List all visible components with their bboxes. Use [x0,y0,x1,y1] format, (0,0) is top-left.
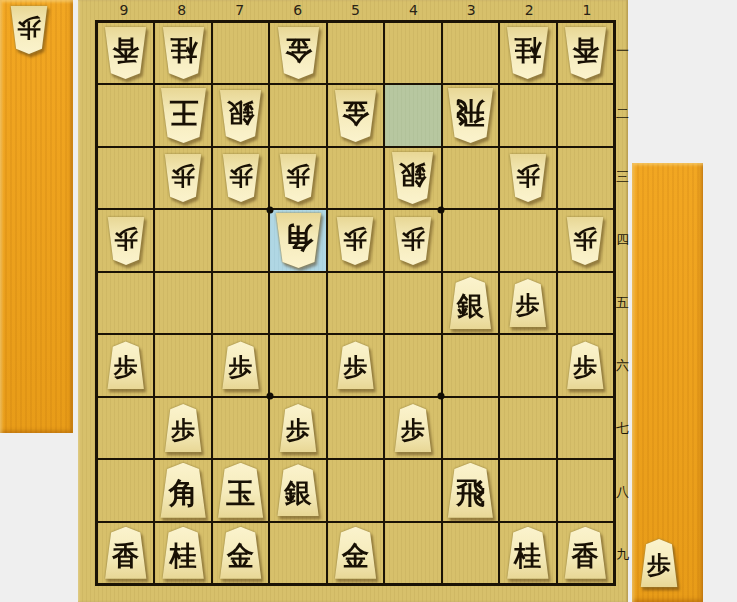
square-3-9[interactable] [443,523,498,583]
piece-face: 銀 [449,277,492,329]
square-6-6[interactable] [270,335,325,395]
square-6-5[interactable] [270,273,325,333]
piece-face: 銀 [391,152,434,204]
piece-kanji: 歩 [164,409,202,452]
square-3-1[interactable] [443,23,498,83]
piece-black-silver[interactable]: 銀 [277,464,320,516]
square-4-3[interactable]: 銀 [385,148,440,208]
square-7-4[interactable] [213,210,268,270]
piece-face: 歩 [336,217,374,265]
piece-white-pawn[interactable]: 歩 [509,154,547,202]
piece-kanji: 銀 [449,282,492,329]
piece-face: 歩 [509,154,547,202]
square-4-9[interactable] [385,523,440,583]
square-7-6[interactable]: 歩 [213,335,268,395]
square-4-8[interactable] [385,460,440,520]
square-8-5[interactable] [155,273,210,333]
piece-kanji: 桂 [162,532,205,579]
piece-kanji: 飛 [447,88,494,138]
square-2-4[interactable] [500,210,555,270]
piece-black-knight[interactable]: 桂 [506,527,549,579]
square-9-9[interactable]: 香 [98,523,153,583]
sente-hand-piece-pawn[interactable]: 歩 [640,539,678,587]
piece-kanji: 歩 [107,346,145,389]
piece-kanji: 金 [219,532,262,579]
square-1-8[interactable] [558,460,613,520]
piece-face: 角 [160,463,207,518]
piece-face: 歩 [164,404,202,452]
square-8-2[interactable]: 王 [155,85,210,145]
piece-face: 歩 [394,217,432,265]
square-3-5[interactable]: 銀 [443,273,498,333]
square-3-2[interactable]: 飛 [443,85,498,145]
piece-kanji: 歩 [222,346,260,389]
piece-face: 桂 [162,527,205,579]
piece-white-silver[interactable]: 銀 [391,152,434,204]
square-6-8[interactable]: 銀 [270,460,325,520]
piece-face: 角 [275,213,322,268]
square-1-6[interactable]: 歩 [558,335,613,395]
piece-black-pawn[interactable]: 歩 [394,404,432,452]
piece-kanji: 香 [564,532,607,579]
square-6-4[interactable]: 角 [270,210,325,270]
square-5-1[interactable] [328,23,383,83]
piece-face: 飛 [447,463,494,518]
piece-black-knight[interactable]: 桂 [162,527,205,579]
square-7-7[interactable] [213,398,268,458]
square-6-2[interactable] [270,85,325,145]
square-5-4[interactable]: 歩 [328,210,383,270]
piece-kanji: 飛 [447,468,494,518]
square-2-3[interactable]: 歩 [500,148,555,208]
square-3-3[interactable] [443,148,498,208]
piece-white-lance[interactable]: 香 [104,27,147,79]
square-9-4[interactable]: 歩 [98,210,153,270]
sente-hand-tray: 歩 [632,163,703,602]
rank-label-2: 二 [615,83,630,146]
square-1-1[interactable]: 香 [558,23,613,83]
square-4-4[interactable]: 歩 [385,210,440,270]
rank-label-3: 三 [615,146,630,209]
rank-label-4: 四 [615,209,630,272]
board-grid: 香桂金桂香王銀金飛歩歩歩銀歩歩角歩歩歩銀歩歩歩歩歩歩歩歩角玉銀飛香桂金金桂香 [98,23,613,583]
square-6-1[interactable]: 金 [270,23,325,83]
square-8-6[interactable] [155,335,210,395]
shogi-app: { "game": "shogi", "position": { "sfen":… [0,0,737,602]
piece-face: 香 [564,527,607,579]
square-8-4[interactable] [155,210,210,270]
piece-white-pawn[interactable]: 歩 [222,154,260,202]
piece-black-pawn[interactable]: 歩 [222,341,260,389]
square-2-9[interactable]: 桂 [500,523,555,583]
square-7-2[interactable]: 銀 [213,85,268,145]
file-labels: 987654321 [95,1,616,19]
piece-kanji: 歩 [394,217,432,260]
piece-face: 金 [277,27,320,79]
piece-face: 桂 [506,27,549,79]
piece-black-pawn[interactable]: 歩 [566,341,604,389]
square-5-3[interactable] [328,148,383,208]
file-label-9: 9 [95,1,153,19]
piece-face: 歩 [164,154,202,202]
piece-face: 歩 [222,341,260,389]
file-label-6: 6 [269,1,327,19]
square-2-1[interactable]: 桂 [500,23,555,83]
piece-kanji: 銀 [277,469,320,516]
rank-labels: 一二三四五六七八九 [615,20,630,586]
square-8-9[interactable]: 桂 [155,523,210,583]
piece-face: 歩 [279,154,317,202]
square-6-7[interactable]: 歩 [270,398,325,458]
piece-black-lance[interactable]: 香 [104,527,147,579]
square-1-5[interactable] [558,273,613,333]
piece-kanji: 歩 [509,154,547,197]
gote-hand-piece-pawn[interactable]: 歩 [10,6,48,54]
piece-white-bishop[interactable]: 角 [275,213,322,268]
piece-face: 銀 [219,90,262,142]
square-2-5[interactable]: 歩 [500,273,555,333]
rank-label-1: 一 [615,20,630,83]
file-label-3: 3 [442,1,500,19]
square-8-1[interactable]: 桂 [155,23,210,83]
square-5-7[interactable] [328,398,383,458]
piece-white-pawn[interactable]: 歩 [107,217,145,265]
piece-kanji: 歩 [222,154,260,197]
piece-face: 歩 [509,279,547,327]
square-9-3[interactable] [98,148,153,208]
square-7-8[interactable]: 玉 [213,460,268,520]
piece-black-rook[interactable]: 飛 [447,463,494,518]
piece-kanji: 歩 [279,409,317,452]
piece-kanji: 歩 [336,346,374,389]
square-3-7[interactable] [443,398,498,458]
rank-label-9: 九 [615,523,630,586]
square-7-3[interactable]: 歩 [213,148,268,208]
piece-face: 桂 [506,527,549,579]
square-6-3[interactable]: 歩 [270,148,325,208]
square-5-9[interactable]: 金 [328,523,383,583]
piece-kanji: 金 [277,27,320,74]
piece-black-pawn[interactable]: 歩 [164,404,202,452]
piece-kanji: 金 [334,532,377,579]
piece-face: 香 [564,27,607,79]
piece-kanji: 歩 [164,154,202,197]
square-4-2[interactable] [385,85,440,145]
file-label-8: 8 [153,1,211,19]
square-3-4[interactable] [443,210,498,270]
piece-face: 歩 [640,539,678,587]
rank-label-7: 七 [615,397,630,460]
star-point [266,206,273,213]
piece-white-rook[interactable]: 飛 [447,88,494,143]
square-4-6[interactable] [385,335,440,395]
square-9-7[interactable] [98,398,153,458]
square-1-7[interactable] [558,398,613,458]
piece-kanji: 角 [160,468,207,518]
piece-white-pawn[interactable]: 歩 [164,154,202,202]
shogi-board-panel: 987654321 一二三四五六七八九 香桂金桂香王銀金飛歩歩歩銀歩歩角歩歩歩銀… [78,0,628,602]
piece-kanji: 香 [564,27,607,74]
piece-white-knight[interactable]: 桂 [162,27,205,79]
piece-face: 金 [334,527,377,579]
piece-kanji: 香 [104,532,147,579]
piece-face: 歩 [107,341,145,389]
inner-board: 香桂金桂香王銀金飛歩歩歩銀歩歩角歩歩歩銀歩歩歩歩歩歩歩歩角玉銀飛香桂金金桂香 [95,20,616,586]
star-point [438,206,445,213]
rank-label-5: 五 [615,272,630,335]
piece-face: 歩 [394,404,432,452]
piece-face: 金 [334,90,377,142]
square-1-9[interactable]: 香 [558,523,613,583]
square-9-6[interactable]: 歩 [98,335,153,395]
square-4-1[interactable] [385,23,440,83]
piece-white-lance[interactable]: 香 [564,27,607,79]
file-label-2: 2 [500,1,558,19]
piece-kanji: 桂 [162,27,205,74]
piece-kanji: 角 [275,213,322,263]
piece-white-pawn[interactable]: 歩 [336,217,374,265]
square-7-5[interactable] [213,273,268,333]
piece-face: 歩 [566,341,604,389]
piece-black-silver[interactable]: 銀 [449,277,492,329]
square-6-9[interactable] [270,523,325,583]
square-8-8[interactable]: 角 [155,460,210,520]
piece-white-gold[interactable]: 金 [334,90,377,142]
square-5-8[interactable] [328,460,383,520]
square-2-7[interactable] [500,398,555,458]
piece-white-pawn[interactable]: 歩 [394,217,432,265]
piece-face: 歩 [336,341,374,389]
square-8-3[interactable]: 歩 [155,148,210,208]
square-5-5[interactable] [328,273,383,333]
piece-kanji: 桂 [506,532,549,579]
square-9-2[interactable] [98,85,153,145]
piece-face: 香 [104,527,147,579]
star-point [438,393,445,400]
square-1-4[interactable]: 歩 [558,210,613,270]
piece-kanji: 王 [160,88,207,138]
piece-white-pawn[interactable]: 歩 [566,217,604,265]
piece-black-gold[interactable]: 金 [219,527,262,579]
piece-face: 歩 [222,154,260,202]
rank-label-6: 六 [615,334,630,397]
piece-face: 歩 [10,6,48,54]
piece-kanji: 歩 [10,6,48,49]
square-7-9[interactable]: 金 [213,523,268,583]
piece-black-pawn[interactable]: 歩 [107,341,145,389]
piece-black-lance[interactable]: 香 [564,527,607,579]
square-3-6[interactable] [443,335,498,395]
piece-face: 香 [104,27,147,79]
piece-face: 桂 [162,27,205,79]
piece-white-king[interactable]: 王 [160,88,207,143]
piece-black-gold[interactable]: 金 [334,527,377,579]
piece-black-pawn[interactable]: 歩 [336,341,374,389]
piece-kanji: 歩 [107,217,145,260]
file-label-1: 1 [558,1,616,19]
piece-kanji: 銀 [391,152,434,199]
square-2-2[interactable] [500,85,555,145]
piece-kanji: 歩 [566,346,604,389]
piece-white-silver[interactable]: 銀 [219,90,262,142]
square-1-2[interactable] [558,85,613,145]
square-4-7[interactable]: 歩 [385,398,440,458]
square-5-6[interactable]: 歩 [328,335,383,395]
piece-face: 歩 [279,404,317,452]
piece-black-bishop[interactable]: 角 [160,463,207,518]
piece-kanji: 歩 [509,284,547,327]
square-3-8[interactable]: 飛 [443,460,498,520]
square-8-7[interactable]: 歩 [155,398,210,458]
piece-black-pawn[interactable]: 歩 [279,404,317,452]
square-9-5[interactable] [98,273,153,333]
piece-face: 飛 [447,88,494,143]
piece-face: 銀 [277,464,320,516]
rank-label-8: 八 [615,460,630,523]
square-2-6[interactable] [500,335,555,395]
piece-kanji: 歩 [640,544,678,587]
piece-white-pawn[interactable]: 歩 [279,154,317,202]
file-label-7: 7 [211,1,269,19]
piece-kanji: 桂 [506,27,549,74]
piece-kanji: 銀 [219,90,262,137]
square-4-5[interactable] [385,273,440,333]
piece-kanji: 歩 [394,409,432,452]
gote-hand-tray: 歩 [0,0,73,433]
piece-face: 歩 [107,217,145,265]
piece-kanji: 歩 [279,154,317,197]
piece-face: 玉 [217,463,264,518]
piece-kanji: 歩 [566,217,604,260]
piece-kanji: 玉 [217,468,264,518]
file-label-5: 5 [327,1,385,19]
square-2-8[interactable] [500,460,555,520]
file-label-4: 4 [384,1,442,19]
piece-black-king[interactable]: 玉 [217,463,264,518]
piece-white-knight[interactable]: 桂 [506,27,549,79]
piece-white-gold[interactable]: 金 [277,27,320,79]
piece-kanji: 香 [104,27,147,74]
piece-kanji: 金 [334,90,377,137]
square-5-2[interactable]: 金 [328,85,383,145]
piece-black-pawn[interactable]: 歩 [509,279,547,327]
square-1-3[interactable] [558,148,613,208]
piece-face: 王 [160,88,207,143]
square-9-8[interactable] [98,460,153,520]
star-point [266,393,273,400]
square-7-1[interactable] [213,23,268,83]
square-9-1[interactable]: 香 [98,23,153,83]
piece-face: 歩 [566,217,604,265]
piece-kanji: 歩 [336,217,374,260]
piece-face: 金 [219,527,262,579]
